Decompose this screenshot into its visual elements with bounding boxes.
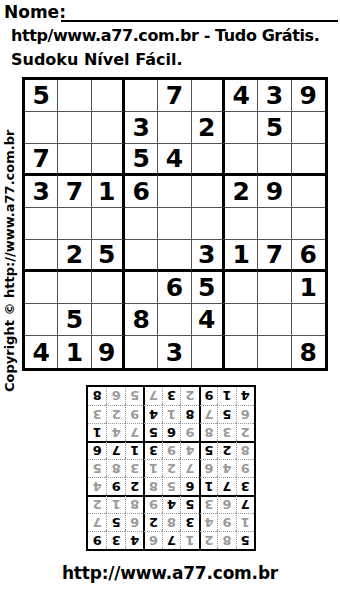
solution-cell-r8c2: 5 xyxy=(217,405,235,423)
solution-cell-r9c4: 2 xyxy=(180,387,198,405)
solution-cell-r3c6: 9 xyxy=(143,495,161,513)
solution-cell-r9c9: 8 xyxy=(88,387,106,405)
solution-cell-r7c5: 6 xyxy=(162,423,180,441)
puzzle-cell-r3c9[interactable] xyxy=(292,144,325,176)
puzzle-cell-r4c7: 2 xyxy=(225,176,258,208)
solution-cell-r7c1: 2 xyxy=(236,423,254,441)
solution-cell-r3c2: 6 xyxy=(217,495,235,513)
solution-cell-r4c4: 6 xyxy=(180,477,198,495)
puzzle-cell-r5c2[interactable] xyxy=(58,208,91,240)
puzzle-cell-r2c4: 3 xyxy=(125,112,158,144)
solution-cell-r3c1: 7 xyxy=(236,495,254,513)
solution-cell-r4c6: 8 xyxy=(143,477,161,495)
puzzle-cell-r6c8: 7 xyxy=(258,240,291,272)
solution-cell-r9c5: 3 xyxy=(162,387,180,405)
name-label: Nome: xyxy=(4,2,66,22)
puzzle-cell-r9c1: 4 xyxy=(25,336,58,368)
solution-grid: 5821764391943826577635498123716582949467… xyxy=(86,385,256,551)
site-tagline: http/www.a77.com.br - Tudo Grátis. xyxy=(11,26,319,45)
name-blank-line xyxy=(61,20,338,22)
solution-cell-r7c8: 4 xyxy=(106,423,124,441)
solution-cell-r9c3: 9 xyxy=(199,387,217,405)
solution-cell-r8c6: 4 xyxy=(143,405,161,423)
solution-cell-r6c4: 4 xyxy=(180,441,198,459)
puzzle-cell-r8c8[interactable] xyxy=(258,304,291,336)
solution-cell-r3c7: 8 xyxy=(125,495,143,513)
puzzle-cell-r4c5[interactable] xyxy=(158,176,191,208)
solution-cell-r5c1: 9 xyxy=(236,459,254,477)
puzzle-cell-r2c1[interactable] xyxy=(25,112,58,144)
solution-cell-r3c8: 1 xyxy=(106,495,124,513)
solution-cell-r7c3: 8 xyxy=(199,423,217,441)
solution-cell-r4c3: 1 xyxy=(199,477,217,495)
solution-cell-r2c9: 7 xyxy=(88,513,106,531)
solution-cell-r8c5: 1 xyxy=(162,405,180,423)
solution-cell-r8c7: 9 xyxy=(125,405,143,423)
solution-cell-r7c9: 1 xyxy=(88,423,106,441)
solution-cell-r1c5: 7 xyxy=(162,531,180,549)
solution-cell-r3c3: 3 xyxy=(199,495,217,513)
puzzle-cell-r5c6[interactable] xyxy=(192,208,225,240)
puzzle-cell-r5c3[interactable] xyxy=(92,208,125,240)
solution-cell-r7c7: 7 xyxy=(125,423,143,441)
puzzle-cell-r6c7: 1 xyxy=(225,240,258,272)
solution-cell-r8c8: 2 xyxy=(106,405,124,423)
puzzle-cell-r7c1[interactable] xyxy=(25,272,58,304)
puzzle-cell-r8c5[interactable] xyxy=(158,304,191,336)
puzzle-cell-r7c3[interactable] xyxy=(92,272,125,304)
solution-cell-r4c2: 7 xyxy=(217,477,235,495)
solution-cell-r7c4: 9 xyxy=(180,423,198,441)
solution-cell-r6c1: 8 xyxy=(236,441,254,459)
solution-cell-r5c3: 6 xyxy=(199,459,217,477)
puzzle-cell-r3c6[interactable] xyxy=(192,144,225,176)
puzzle-cell-r9c5: 3 xyxy=(158,336,191,368)
puzzle-cell-r6c2: 2 xyxy=(58,240,91,272)
solution-cell-r1c7: 4 xyxy=(125,531,143,549)
solution-cell-r9c8: 6 xyxy=(106,387,124,405)
puzzle-cell-r5c7[interactable] xyxy=(225,208,258,240)
solution-cell-r5c7: 3 xyxy=(125,459,143,477)
solution-cell-r4c9: 4 xyxy=(88,477,106,495)
solution-cell-r6c5: 9 xyxy=(162,441,180,459)
solution-cell-r3c9: 2 xyxy=(88,495,106,513)
puzzle-cell-r1c9: 9 xyxy=(292,80,325,112)
solution-cell-r2c4: 3 xyxy=(180,513,198,531)
puzzle-cell-r6c3: 5 xyxy=(92,240,125,272)
solution-cell-r5c2: 4 xyxy=(217,459,235,477)
puzzle-cell-r9c9: 8 xyxy=(292,336,325,368)
solution-cell-r5c4: 7 xyxy=(180,459,198,477)
puzzle-cell-r7c9: 1 xyxy=(292,272,325,304)
puzzle-cell-r6c4[interactable] xyxy=(125,240,158,272)
solution-cell-r6c9: 6 xyxy=(88,441,106,459)
solution-cell-r5c8: 8 xyxy=(106,459,124,477)
solution-cell-r5c5: 2 xyxy=(162,459,180,477)
puzzle-cell-r6c6: 3 xyxy=(192,240,225,272)
puzzle-cell-r1c1: 5 xyxy=(25,80,58,112)
puzzle-cell-r3c5: 4 xyxy=(158,144,191,176)
puzzle-cell-r3c4: 5 xyxy=(125,144,158,176)
puzzle-cell-r4c3: 1 xyxy=(92,176,125,208)
puzzle-cell-r3c7[interactable] xyxy=(225,144,258,176)
solution-cell-r4c7: 2 xyxy=(125,477,143,495)
solution-cell-r9c7: 5 xyxy=(125,387,143,405)
puzzle-cell-r4c1: 3 xyxy=(25,176,58,208)
puzzle-cell-r7c2[interactable] xyxy=(58,272,91,304)
puzzle-cell-r9c7[interactable] xyxy=(225,336,258,368)
solution-cell-r5c6: 1 xyxy=(143,459,161,477)
puzzle-cell-r4c2: 7 xyxy=(58,176,91,208)
solution-cell-r9c6: 7 xyxy=(143,387,161,405)
footer-url: http://www.a77.com.br xyxy=(0,563,340,583)
solution-cell-r6c7: 1 xyxy=(125,441,143,459)
puzzle-title: Sudoku Nível Fácil. xyxy=(11,50,183,69)
solution-cell-r4c5: 5 xyxy=(162,477,180,495)
puzzle-cell-r9c3: 9 xyxy=(92,336,125,368)
puzzle-cell-r6c9: 6 xyxy=(292,240,325,272)
puzzle-cell-r7c7[interactable] xyxy=(225,272,258,304)
solution-cell-r1c4: 1 xyxy=(180,531,198,549)
puzzle-cell-r1c5: 7 xyxy=(158,80,191,112)
puzzle-cell-r7c5: 6 xyxy=(158,272,191,304)
solution-cell-r1c2: 8 xyxy=(217,531,235,549)
puzzle-grid: 5743932575437162925317665158441938 xyxy=(22,77,328,371)
puzzle-cell-r9c6[interactable] xyxy=(192,336,225,368)
solution-cell-r6c6: 3 xyxy=(143,441,161,459)
solution-cell-r2c3: 4 xyxy=(199,513,217,531)
solution-cell-r7c2: 3 xyxy=(217,423,235,441)
solution-cell-r1c9: 9 xyxy=(88,531,106,549)
solution-cell-r5c9: 5 xyxy=(88,459,106,477)
solution-cell-r2c1: 1 xyxy=(236,513,254,531)
puzzle-cell-r4c9[interactable] xyxy=(292,176,325,208)
solution-cell-r4c8: 9 xyxy=(106,477,124,495)
solution-cell-r2c5: 8 xyxy=(162,513,180,531)
solution-cell-r9c1: 4 xyxy=(236,387,254,405)
solution-cell-r1c8: 3 xyxy=(106,531,124,549)
puzzle-cell-r1c7: 4 xyxy=(225,80,258,112)
puzzle-cell-r8c3[interactable] xyxy=(92,304,125,336)
puzzle-cell-r5c1[interactable] xyxy=(25,208,58,240)
puzzle-cell-r2c9[interactable] xyxy=(292,112,325,144)
puzzle-cell-r6c1[interactable] xyxy=(25,240,58,272)
puzzle-cell-r3c3[interactable] xyxy=(92,144,125,176)
solution-cell-r1c1: 5 xyxy=(236,531,254,549)
puzzle-cell-r8c9[interactable] xyxy=(292,304,325,336)
solution-cell-r3c4: 5 xyxy=(180,495,198,513)
solution-cell-r1c6: 6 xyxy=(143,531,161,549)
puzzle-cell-r9c4[interactable] xyxy=(125,336,158,368)
puzzle-cell-r2c8: 5 xyxy=(258,112,291,144)
solution-cell-r8c3: 7 xyxy=(199,405,217,423)
solution-cell-r8c4: 8 xyxy=(180,405,198,423)
puzzle-cell-r2c7[interactable] xyxy=(225,112,258,144)
puzzle-cell-r3c8[interactable] xyxy=(258,144,291,176)
solution-cell-r2c2: 9 xyxy=(217,513,235,531)
puzzle-cell-r1c2[interactable] xyxy=(58,80,91,112)
puzzle-cell-r7c4[interactable] xyxy=(125,272,158,304)
puzzle-cell-r2c3[interactable] xyxy=(92,112,125,144)
puzzle-cell-r5c4[interactable] xyxy=(125,208,158,240)
solution-cell-r8c1: 6 xyxy=(236,405,254,423)
puzzle-cell-r4c6[interactable] xyxy=(192,176,225,208)
solution-cell-r2c8: 5 xyxy=(106,513,124,531)
solution-cell-r2c7: 6 xyxy=(125,513,143,531)
puzzle-cell-r3c2[interactable] xyxy=(58,144,91,176)
solution-cell-r4c1: 3 xyxy=(236,477,254,495)
puzzle-cell-r5c9[interactable] xyxy=(292,208,325,240)
puzzle-cell-r1c3[interactable] xyxy=(92,80,125,112)
puzzle-cell-r2c6: 2 xyxy=(192,112,225,144)
puzzle-cell-r9c8[interactable] xyxy=(258,336,291,368)
puzzle-cell-r8c7[interactable] xyxy=(225,304,258,336)
puzzle-cell-r8c1[interactable] xyxy=(25,304,58,336)
solution-cell-r7c6: 5 xyxy=(143,423,161,441)
puzzle-cell-r8c2: 5 xyxy=(58,304,91,336)
puzzle-cell-r7c6: 5 xyxy=(192,272,225,304)
puzzle-cell-r5c5[interactable] xyxy=(158,208,191,240)
puzzle-cell-r8c6: 4 xyxy=(192,304,225,336)
puzzle-cell-r1c4[interactable] xyxy=(125,80,158,112)
solution-cell-r1c3: 2 xyxy=(199,531,217,549)
copyright-text: Copyright © http://www.a77.com.br xyxy=(2,130,17,392)
puzzle-cell-r7c8[interactable] xyxy=(258,272,291,304)
solution-cell-r6c3: 5 xyxy=(199,441,217,459)
puzzle-cell-r2c2[interactable] xyxy=(58,112,91,144)
puzzle-cell-r4c4: 6 xyxy=(125,176,158,208)
puzzle-cell-r9c2: 1 xyxy=(58,336,91,368)
solution-cell-r6c8: 7 xyxy=(106,441,124,459)
puzzle-cell-r1c8: 3 xyxy=(258,80,291,112)
solution-cell-r3c5: 4 xyxy=(162,495,180,513)
puzzle-cell-r1c6[interactable] xyxy=(192,80,225,112)
puzzle-cell-r5c8[interactable] xyxy=(258,208,291,240)
solution-cell-r6c2: 2 xyxy=(217,441,235,459)
solution-cell-r9c2: 1 xyxy=(217,387,235,405)
puzzle-cell-r8c4: 8 xyxy=(125,304,158,336)
puzzle-cell-r6c5[interactable] xyxy=(158,240,191,272)
puzzle-cell-r4c8: 9 xyxy=(258,176,291,208)
puzzle-cell-r3c1: 7 xyxy=(25,144,58,176)
puzzle-cell-r2c5[interactable] xyxy=(158,112,191,144)
worksheet-page: Nome: http/www.a77.com.br - Tudo Grátis.… xyxy=(0,0,340,596)
solution-cell-r8c9: 3 xyxy=(88,405,106,423)
solution-cell-r2c6: 2 xyxy=(143,513,161,531)
